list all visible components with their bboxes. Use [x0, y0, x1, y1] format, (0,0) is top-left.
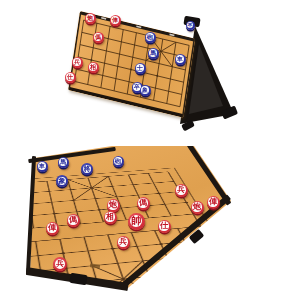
- xiangqi-piece-blue[interactable]: 象: [140, 85, 151, 96]
- xiangqi-piece-blue[interactable]: 將: [81, 163, 93, 175]
- xiangqi-piece-red[interactable]: 傌: [93, 32, 104, 43]
- xiangqi-piece-blue[interactable]: 砲: [113, 156, 124, 167]
- xiangqi-piece-red[interactable]: 俥: [207, 196, 220, 209]
- xiangqi-piece-red[interactable]: 仕: [65, 72, 76, 83]
- product-photo-folded: 炮俥卒傌砲馬車兵相士仕卒象: [0, 0, 292, 146]
- xiangqi-piece-blue[interactable]: 士: [135, 63, 146, 74]
- xiangqi-piece-red[interactable]: 俥: [46, 222, 59, 235]
- xiangqi-piece-red[interactable]: 仕: [158, 220, 171, 233]
- xiangqi-piece-red[interactable]: 傌: [137, 197, 150, 210]
- xiangqi-piece-blue[interactable]: 車: [175, 54, 186, 65]
- xiangqi-piece-blue[interactable]: 砲: [145, 32, 156, 43]
- xiangqi-piece-red[interactable]: 炮: [85, 13, 96, 24]
- xiangqi-piece-blue[interactable]: 車: [37, 161, 48, 172]
- product-photo-open: 砲馬車將象兵俥傌炮炮相傌帥仕俥兵兵: [0, 146, 292, 292]
- xiangqi-piece-red[interactable]: 帥: [128, 213, 145, 230]
- xiangqi-piece-red[interactable]: 兵: [117, 236, 130, 249]
- xiangqi-piece-red[interactable]: 傌: [67, 214, 80, 227]
- xiangqi-piece-blue[interactable]: 馬: [148, 48, 159, 59]
- xiangqi-piece-red[interactable]: 俥: [110, 15, 121, 26]
- xiangqi-piece-red[interactable]: 相: [104, 211, 117, 224]
- product-photo-canvas: 炮俥卒傌砲馬車兵相士仕卒象: [0, 0, 292, 292]
- folded-piece-layer: 炮俥卒傌砲馬車兵相士仕卒象: [0, 0, 292, 146]
- xiangqi-piece-red[interactable]: 兵: [53, 257, 67, 271]
- xiangqi-piece-blue[interactable]: 卒: [186, 21, 195, 30]
- xiangqi-piece-blue[interactable]: 馬: [58, 157, 69, 168]
- xiangqi-piece-red[interactable]: 兵: [175, 184, 188, 197]
- xiangqi-piece-red[interactable]: 兵: [72, 57, 83, 68]
- xiangqi-piece-blue[interactable]: 象: [56, 175, 68, 187]
- xiangqi-piece-red[interactable]: 相: [88, 62, 99, 73]
- xiangqi-piece-red[interactable]: 炮: [191, 201, 204, 214]
- open-piece-layer: 砲馬車將象兵俥傌炮炮相傌帥仕俥兵兵: [0, 146, 292, 292]
